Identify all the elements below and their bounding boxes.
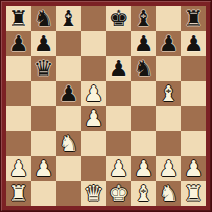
black-rook[interactable]: ♜ (184, 8, 204, 30)
square-g7[interactable]: ♟ (156, 31, 181, 56)
square-a4[interactable] (6, 106, 31, 131)
square-h4[interactable] (181, 106, 206, 131)
square-f2[interactable]: ♟ (131, 156, 156, 181)
white-king[interactable]: ♚ (109, 183, 129, 205)
black-knight[interactable]: ♞ (134, 58, 154, 80)
square-d4[interactable]: ♟ (81, 106, 106, 131)
white-pawn[interactable]: ♟ (34, 158, 54, 180)
square-a6[interactable] (6, 56, 31, 81)
square-d6[interactable] (81, 56, 106, 81)
chess-board-frame: ♜♞♝♚♝♜♟♟♟♟♟♛♟♞♟♟♝♟♞♟♟♟♟♟♟♜♛♚♝♞♜ (0, 0, 212, 212)
black-pawn[interactable]: ♟ (59, 83, 79, 105)
black-king[interactable]: ♚ (109, 8, 129, 30)
square-f6[interactable]: ♞ (131, 56, 156, 81)
square-d8[interactable] (81, 6, 106, 31)
square-c3[interactable]: ♞ (56, 131, 81, 156)
square-d1[interactable]: ♛ (81, 181, 106, 206)
square-b7[interactable]: ♟ (31, 31, 56, 56)
square-h5[interactable] (181, 81, 206, 106)
white-rook[interactable]: ♜ (184, 183, 204, 205)
white-knight[interactable]: ♞ (159, 183, 179, 205)
square-g1[interactable]: ♞ (156, 181, 181, 206)
square-b3[interactable] (31, 131, 56, 156)
square-h6[interactable] (181, 56, 206, 81)
square-e3[interactable] (106, 131, 131, 156)
square-d7[interactable] (81, 31, 106, 56)
square-g8[interactable] (156, 6, 181, 31)
square-g4[interactable] (156, 106, 181, 131)
square-e4[interactable] (106, 106, 131, 131)
square-a7[interactable]: ♟ (6, 31, 31, 56)
square-f5[interactable] (131, 81, 156, 106)
black-queen[interactable]: ♛ (34, 58, 54, 80)
black-pawn[interactable]: ♟ (159, 33, 179, 55)
square-c8[interactable]: ♝ (56, 6, 81, 31)
square-g3[interactable] (156, 131, 181, 156)
black-pawn[interactable]: ♟ (9, 33, 29, 55)
square-h1[interactable]: ♜ (181, 181, 206, 206)
white-pawn[interactable]: ♟ (109, 158, 129, 180)
white-pawn[interactable]: ♟ (134, 158, 154, 180)
white-pawn[interactable]: ♟ (84, 108, 104, 130)
square-b6[interactable]: ♛ (31, 56, 56, 81)
square-h8[interactable]: ♜ (181, 6, 206, 31)
square-c1[interactable] (56, 181, 81, 206)
chess-board: ♜♞♝♚♝♜♟♟♟♟♟♛♟♞♟♟♝♟♞♟♟♟♟♟♟♜♛♚♝♞♜ (6, 6, 206, 206)
black-bishop[interactable]: ♝ (134, 8, 154, 30)
square-e1[interactable]: ♚ (106, 181, 131, 206)
square-f7[interactable]: ♟ (131, 31, 156, 56)
black-pawn[interactable]: ♟ (184, 33, 204, 55)
white-queen[interactable]: ♛ (84, 183, 104, 205)
white-rook[interactable]: ♜ (9, 183, 29, 205)
square-h7[interactable]: ♟ (181, 31, 206, 56)
square-c5[interactable]: ♟ (56, 81, 81, 106)
square-e7[interactable] (106, 31, 131, 56)
square-e8[interactable]: ♚ (106, 6, 131, 31)
square-b4[interactable] (31, 106, 56, 131)
square-a2[interactable]: ♟ (6, 156, 31, 181)
square-f4[interactable] (131, 106, 156, 131)
square-h2[interactable]: ♟ (181, 156, 206, 181)
square-h3[interactable] (181, 131, 206, 156)
square-a8[interactable]: ♜ (6, 6, 31, 31)
square-e2[interactable]: ♟ (106, 156, 131, 181)
white-knight[interactable]: ♞ (59, 133, 79, 155)
square-g5[interactable]: ♝ (156, 81, 181, 106)
square-a3[interactable] (6, 131, 31, 156)
square-b2[interactable]: ♟ (31, 156, 56, 181)
black-pawn[interactable]: ♟ (134, 33, 154, 55)
white-pawn[interactable]: ♟ (84, 83, 104, 105)
square-c4[interactable] (56, 106, 81, 131)
square-c2[interactable] (56, 156, 81, 181)
square-b1[interactable] (31, 181, 56, 206)
black-bishop[interactable]: ♝ (59, 8, 79, 30)
square-d2[interactable] (81, 156, 106, 181)
square-f3[interactable] (131, 131, 156, 156)
square-f8[interactable]: ♝ (131, 6, 156, 31)
square-d3[interactable] (81, 131, 106, 156)
square-b8[interactable]: ♞ (31, 6, 56, 31)
square-a5[interactable] (6, 81, 31, 106)
square-e5[interactable] (106, 81, 131, 106)
square-c7[interactable] (56, 31, 81, 56)
white-pawn[interactable]: ♟ (184, 158, 204, 180)
square-g2[interactable]: ♟ (156, 156, 181, 181)
black-pawn[interactable]: ♟ (109, 58, 129, 80)
white-bishop[interactable]: ♝ (134, 183, 154, 205)
square-f1[interactable]: ♝ (131, 181, 156, 206)
white-bishop[interactable]: ♝ (159, 83, 179, 105)
square-b5[interactable] (31, 81, 56, 106)
white-pawn[interactable]: ♟ (9, 158, 29, 180)
square-c6[interactable] (56, 56, 81, 81)
white-pawn[interactable]: ♟ (159, 158, 179, 180)
square-a1[interactable]: ♜ (6, 181, 31, 206)
square-d5[interactable]: ♟ (81, 81, 106, 106)
square-g6[interactable] (156, 56, 181, 81)
square-e6[interactable]: ♟ (106, 56, 131, 81)
black-rook[interactable]: ♜ (9, 8, 29, 30)
black-pawn[interactable]: ♟ (34, 33, 54, 55)
black-knight[interactable]: ♞ (34, 8, 54, 30)
